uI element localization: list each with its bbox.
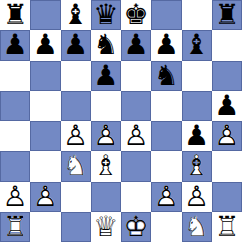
square-f8[interactable] — [151, 0, 181, 30]
piece-fill-layer: ♟ — [151, 30, 181, 60]
white-pawn-piece[interactable]: ♟♙ — [121, 121, 151, 151]
square-g6[interactable] — [182, 61, 212, 91]
piece-outline-layer: ♙ — [151, 182, 181, 212]
piece-fill-layer: ♟ — [212, 91, 242, 121]
square-a2[interactable]: ♟♙ — [0, 182, 30, 212]
square-e1[interactable]: ♚♔ — [121, 212, 151, 242]
square-c4[interactable]: ♟♙ — [61, 121, 91, 151]
square-h6[interactable] — [212, 61, 242, 91]
chess-board: ♜♝♛♚♜♟♟♟♞♟♟♝♟♞♟♟♙♟♙♟♙♟♟♙♞♘♝♗♝♗♟♙♟♙♟♙♟♙♜♖… — [0, 0, 242, 242]
white-pawn-piece[interactable]: ♟♙ — [61, 121, 91, 151]
piece-outline-layer: ♔ — [121, 212, 151, 242]
piece-outline-layer: ♙ — [121, 121, 151, 151]
white-knight-piece[interactable]: ♞♘ — [61, 151, 91, 181]
square-g8[interactable] — [182, 0, 212, 30]
square-d1[interactable]: ♛♕ — [91, 212, 121, 242]
square-c5[interactable] — [61, 91, 91, 121]
square-b5[interactable] — [30, 91, 60, 121]
square-b2[interactable]: ♟♙ — [30, 182, 60, 212]
square-c1[interactable] — [61, 212, 91, 242]
square-a3[interactable] — [0, 151, 30, 181]
piece-fill-layer: ♜ — [0, 0, 30, 30]
piece-fill-layer: ♛ — [91, 0, 121, 30]
square-g3[interactable]: ♝♗ — [182, 151, 212, 181]
square-f3[interactable] — [151, 151, 181, 181]
square-d2[interactable] — [91, 182, 121, 212]
square-e8[interactable]: ♚ — [121, 0, 151, 30]
black-knight-piece[interactable]: ♞ — [91, 30, 121, 60]
square-a1[interactable]: ♜♖ — [0, 212, 30, 242]
white-pawn-piece[interactable]: ♟♙ — [151, 182, 181, 212]
piece-fill-layer: ♝ — [182, 30, 212, 60]
square-g1[interactable]: ♞♘ — [182, 212, 212, 242]
piece-fill-layer: ♟ — [30, 30, 60, 60]
square-c3[interactable]: ♞♘ — [61, 151, 91, 181]
square-f5[interactable] — [151, 91, 181, 121]
white-pawn-piece[interactable]: ♟♙ — [91, 121, 121, 151]
square-e4[interactable]: ♟♙ — [121, 121, 151, 151]
black-pawn-piece[interactable]: ♟ — [212, 91, 242, 121]
square-b1[interactable] — [30, 212, 60, 242]
piece-outline-layer: ♙ — [30, 182, 60, 212]
square-d6[interactable]: ♟ — [91, 61, 121, 91]
square-h2[interactable] — [212, 182, 242, 212]
piece-outline-layer: ♖ — [212, 212, 242, 242]
black-rook-piece[interactable]: ♜ — [0, 0, 30, 30]
square-e6[interactable] — [121, 61, 151, 91]
square-c7[interactable]: ♟ — [61, 30, 91, 60]
white-bishop-piece[interactable]: ♝♗ — [182, 151, 212, 181]
black-king-piece[interactable]: ♚ — [121, 0, 151, 30]
piece-fill-layer: ♚ — [121, 0, 151, 30]
piece-outline-layer: ♖ — [0, 212, 30, 242]
square-f1[interactable] — [151, 212, 181, 242]
square-g2[interactable]: ♟♙ — [182, 182, 212, 212]
square-g5[interactable] — [182, 91, 212, 121]
piece-outline-layer: ♗ — [91, 151, 121, 181]
square-e3[interactable] — [121, 151, 151, 181]
piece-fill-layer: ♝ — [61, 0, 91, 30]
piece-fill-layer: ♟ — [91, 61, 121, 91]
piece-outline-layer: ♙ — [212, 121, 242, 151]
piece-fill-layer: ♟ — [121, 30, 151, 60]
black-queen-piece[interactable]: ♛ — [91, 0, 121, 30]
white-pawn-piece[interactable]: ♟♙ — [182, 182, 212, 212]
white-rook-piece[interactable]: ♜♖ — [0, 212, 30, 242]
piece-outline-layer: ♙ — [182, 182, 212, 212]
square-h5[interactable]: ♟ — [212, 91, 242, 121]
white-pawn-piece[interactable]: ♟♙ — [30, 182, 60, 212]
square-h3[interactable] — [212, 151, 242, 181]
square-d3[interactable]: ♝♗ — [91, 151, 121, 181]
square-b3[interactable] — [30, 151, 60, 181]
square-h8[interactable]: ♜ — [212, 0, 242, 30]
black-bishop-piece[interactable]: ♝ — [182, 30, 212, 60]
square-g4[interactable]: ♟ — [182, 121, 212, 151]
square-h4[interactable]: ♟♙ — [212, 121, 242, 151]
square-e2[interactable] — [121, 182, 151, 212]
square-a7[interactable]: ♟ — [0, 30, 30, 60]
square-b4[interactable] — [30, 121, 60, 151]
white-knight-piece[interactable]: ♞♘ — [182, 212, 212, 242]
piece-outline-layer: ♙ — [61, 121, 91, 151]
piece-outline-layer: ♙ — [91, 121, 121, 151]
black-pawn-piece[interactable]: ♟ — [0, 30, 30, 60]
square-d8[interactable]: ♛ — [91, 0, 121, 30]
square-e7[interactable]: ♟ — [121, 30, 151, 60]
black-rook-piece[interactable]: ♜ — [212, 0, 242, 30]
piece-outline-layer: ♕ — [91, 212, 121, 242]
piece-fill-layer: ♟ — [0, 30, 30, 60]
square-b7[interactable]: ♟ — [30, 30, 60, 60]
square-c2[interactable] — [61, 182, 91, 212]
square-e5[interactable] — [121, 91, 151, 121]
black-pawn-piece[interactable]: ♟ — [91, 61, 121, 91]
white-rook-piece[interactable]: ♜♖ — [212, 212, 242, 242]
square-f6[interactable]: ♞ — [151, 61, 181, 91]
piece-outline-layer: ♙ — [0, 182, 30, 212]
square-a8[interactable]: ♜ — [0, 0, 30, 30]
square-d5[interactable] — [91, 91, 121, 121]
black-knight-piece[interactable]: ♞ — [151, 61, 181, 91]
piece-fill-layer: ♟ — [182, 121, 212, 151]
square-b8[interactable] — [30, 0, 60, 30]
square-b6[interactable] — [30, 61, 60, 91]
square-h1[interactable]: ♜♖ — [212, 212, 242, 242]
black-pawn-piece[interactable]: ♟ — [121, 30, 151, 60]
square-f4[interactable] — [151, 121, 181, 151]
black-pawn-piece[interactable]: ♟ — [30, 30, 60, 60]
square-c6[interactable] — [61, 61, 91, 91]
black-pawn-piece[interactable]: ♟ — [182, 121, 212, 151]
white-king-piece[interactable]: ♚♔ — [121, 212, 151, 242]
white-bishop-piece[interactable]: ♝♗ — [91, 151, 121, 181]
white-pawn-piece[interactable]: ♟♙ — [0, 182, 30, 212]
square-a6[interactable] — [0, 61, 30, 91]
black-bishop-piece[interactable]: ♝ — [61, 0, 91, 30]
square-c8[interactable]: ♝ — [61, 0, 91, 30]
piece-fill-layer: ♜ — [212, 0, 242, 30]
square-a4[interactable] — [0, 121, 30, 151]
square-f2[interactable]: ♟♙ — [151, 182, 181, 212]
black-pawn-piece[interactable]: ♟ — [151, 30, 181, 60]
piece-outline-layer: ♗ — [182, 151, 212, 181]
piece-outline-layer: ♘ — [182, 212, 212, 242]
square-h7[interactable] — [212, 30, 242, 60]
piece-fill-layer: ♟ — [61, 30, 91, 60]
square-d4[interactable]: ♟♙ — [91, 121, 121, 151]
piece-fill-layer: ♞ — [91, 30, 121, 60]
square-a5[interactable] — [0, 91, 30, 121]
square-f7[interactable]: ♟ — [151, 30, 181, 60]
white-pawn-piece[interactable]: ♟♙ — [212, 121, 242, 151]
piece-fill-layer: ♞ — [151, 61, 181, 91]
square-d7[interactable]: ♞ — [91, 30, 121, 60]
black-pawn-piece[interactable]: ♟ — [61, 30, 91, 60]
square-g7[interactable]: ♝ — [182, 30, 212, 60]
piece-outline-layer: ♘ — [61, 151, 91, 181]
white-queen-piece[interactable]: ♛♕ — [91, 212, 121, 242]
